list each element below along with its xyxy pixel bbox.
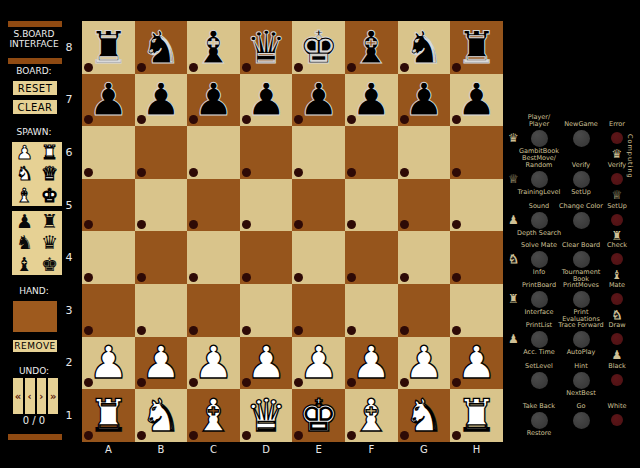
panel-label-draw: Draw xyxy=(609,314,626,329)
white-bishop-piece[interactable]: ♝ xyxy=(187,389,240,442)
hand-section-label: HAND: xyxy=(0,286,68,296)
rank-label-4: 4 xyxy=(60,231,78,284)
verify-led xyxy=(611,173,623,185)
square-d8[interactable]: ♛ xyxy=(240,21,293,74)
white-rook-piece[interactable]: ♜ xyxy=(82,389,135,442)
square-c4[interactable] xyxy=(187,231,240,284)
spawn-black-knight[interactable]: ♞ xyxy=(12,232,37,253)
panel-label-line: Black xyxy=(608,363,626,370)
black-rook-piece[interactable]: ♜ xyxy=(82,21,135,74)
spawn-black-king[interactable]: ♚ xyxy=(37,254,62,275)
square-d3[interactable] xyxy=(240,284,293,337)
board: ♜♞♝♛♚♝♞♜♟♟♟♟♟♟♟♟♟♟♟♟♟♟♟♟♜♞♝♛♚♝♞♜ xyxy=(82,21,503,442)
square-dot xyxy=(452,220,461,229)
rank-label-5: 5 xyxy=(60,179,78,232)
spawn-section-label: SPAWN: xyxy=(0,127,68,137)
mate-led xyxy=(611,293,623,305)
square-dot xyxy=(242,273,251,282)
newgame-button[interactable] xyxy=(573,130,590,147)
reset-button[interactable]: RESET xyxy=(13,81,57,95)
square-h3[interactable] xyxy=(450,284,503,337)
knight-icon: ♞ xyxy=(508,253,519,265)
square-dot xyxy=(189,168,198,177)
undo-forward-button[interactable]: › xyxy=(37,378,47,414)
panel-label-line: Check xyxy=(607,242,627,249)
square-dot xyxy=(137,220,146,229)
square-f4[interactable] xyxy=(345,231,398,284)
undo-button-row: «‹›» xyxy=(13,378,58,414)
app-title-line2: INTERFACE xyxy=(0,39,68,49)
panel-label-white: White xyxy=(608,395,627,410)
panel-label-error: Error xyxy=(609,113,625,128)
square-c6[interactable] xyxy=(187,126,240,179)
square-h2[interactable]: ♟ xyxy=(450,337,503,390)
spawn-white-pawn[interactable]: ♟ xyxy=(12,142,37,163)
square-dot xyxy=(347,326,356,335)
bestmove-random-button[interactable] xyxy=(531,171,548,188)
panel-label-line: Go xyxy=(576,403,585,410)
square-dot xyxy=(84,168,93,177)
panel-label-line: Verify xyxy=(608,162,626,169)
spawn-white-rook[interactable]: ♜ xyxy=(37,142,62,163)
square-dot xyxy=(84,326,93,335)
square-f2[interactable]: ♟ xyxy=(345,337,398,390)
undo-back-button[interactable]: ‹ xyxy=(25,378,35,414)
white-knight-piece[interactable]: ♞ xyxy=(398,389,451,442)
printmoves-button[interactable] xyxy=(573,291,590,308)
sound-button[interactable] xyxy=(531,212,548,229)
black-pawn-piece[interactable]: ♟ xyxy=(398,74,451,127)
square-g1[interactable]: ♞ xyxy=(398,389,451,442)
file-label-g: G xyxy=(398,443,451,455)
square-d2[interactable]: ♟ xyxy=(240,337,293,390)
square-f8[interactable]: ♝ xyxy=(345,21,398,74)
spawn-black-rook[interactable]: ♜ xyxy=(37,211,62,232)
black-pawn-piece[interactable]: ♟ xyxy=(82,74,135,127)
square-h7[interactable]: ♟ xyxy=(450,74,503,127)
square-c3[interactable] xyxy=(187,284,240,337)
square-c1[interactable]: ♝ xyxy=(187,389,240,442)
square-a4[interactable] xyxy=(82,231,135,284)
printboard-button[interactable] xyxy=(531,291,548,308)
square-h4[interactable] xyxy=(450,231,503,284)
panel-label-go: Go xyxy=(576,395,585,410)
white-pawn-piece[interactable]: ♟ xyxy=(292,337,345,390)
board-section-label: BOARD: xyxy=(0,66,68,76)
square-e4[interactable] xyxy=(292,231,345,284)
spawn-black-pawn[interactable]: ♟ xyxy=(12,211,37,232)
remove-button[interactable]: REMOVE xyxy=(13,340,57,352)
square-f7[interactable]: ♟ xyxy=(345,74,398,127)
file-label-a: A xyxy=(82,443,135,455)
square-dot xyxy=(189,273,198,282)
spawn-black-queen[interactable]: ♛ xyxy=(37,232,62,253)
square-d4[interactable] xyxy=(240,231,293,284)
file-label-b: B xyxy=(135,443,188,455)
square-e8[interactable]: ♚ xyxy=(292,21,345,74)
square-e3[interactable] xyxy=(292,284,345,337)
white-led xyxy=(611,414,623,426)
square-a5[interactable] xyxy=(82,179,135,232)
verify-button[interactable] xyxy=(573,171,590,188)
undo-counter: 0 / 0 xyxy=(0,416,68,426)
error-led xyxy=(611,132,623,144)
white-pawn-piece[interactable]: ♟ xyxy=(345,337,398,390)
queen-solid-icon: ♛ xyxy=(508,132,519,144)
setup-led xyxy=(611,214,623,226)
square-d5[interactable] xyxy=(240,179,293,232)
clear-board-button[interactable] xyxy=(573,251,590,268)
rank-label-1: 1 xyxy=(60,389,78,442)
square-a1[interactable]: ♜ xyxy=(82,389,135,442)
file-label-f: F xyxy=(345,443,398,455)
black-bishop-piece[interactable]: ♝ xyxy=(345,21,398,74)
undo-last-button[interactable]: » xyxy=(48,378,58,414)
square-c8[interactable]: ♝ xyxy=(187,21,240,74)
panel-label-setup: SetUp xyxy=(607,195,627,210)
square-dot xyxy=(137,168,146,177)
player-player-button[interactable] xyxy=(531,130,548,147)
black-king-piece[interactable]: ♚ xyxy=(292,21,345,74)
square-a8[interactable]: ♜ xyxy=(82,21,135,74)
square-f3[interactable] xyxy=(345,284,398,337)
square-g5[interactable] xyxy=(398,179,451,232)
pawn-icon: ♟ xyxy=(508,333,519,345)
rank-label-8: 8 xyxy=(60,21,78,74)
clear-button[interactable]: CLEAR xyxy=(13,100,57,114)
square-b7[interactable]: ♟ xyxy=(135,74,188,127)
square-c7[interactable]: ♟ xyxy=(187,74,240,127)
square-dot xyxy=(452,273,461,282)
black-led xyxy=(611,374,623,386)
square-d1[interactable]: ♛ xyxy=(240,389,293,442)
hand-slot[interactable] xyxy=(13,301,57,332)
black-pawn-piece[interactable]: ♟ xyxy=(135,74,188,127)
solve-mate-button[interactable] xyxy=(531,251,548,268)
spawn-white-knight[interactable]: ♞ xyxy=(12,163,37,184)
panel-label-line: SetUp xyxy=(607,203,627,210)
square-e2[interactable]: ♟ xyxy=(292,337,345,390)
black-knight-piece[interactable]: ♞ xyxy=(398,21,451,74)
setlevel-button[interactable] xyxy=(531,372,548,389)
square-h6[interactable] xyxy=(450,126,503,179)
square-g2[interactable]: ♟ xyxy=(398,337,451,390)
spawn-white-bishop[interactable]: ♝ xyxy=(12,185,37,206)
panel-label-line: Mate xyxy=(609,282,625,289)
square-g6[interactable] xyxy=(398,126,451,179)
queen-outline-icon: ♕ xyxy=(508,173,519,185)
rank-label-2: 2 xyxy=(60,337,78,390)
white-queen-piece[interactable]: ♛ xyxy=(240,389,293,442)
square-dot xyxy=(400,326,409,335)
square-dot xyxy=(84,273,93,282)
square-b6[interactable] xyxy=(135,126,188,179)
square-f5[interactable] xyxy=(345,179,398,232)
white-pawn-piece[interactable]: ♟ xyxy=(240,337,293,390)
check-led xyxy=(611,253,623,265)
square-c5[interactable] xyxy=(187,179,240,232)
file-label-c: C xyxy=(187,443,240,455)
square-dot xyxy=(400,273,409,282)
spawn-panel-white: ♟♜♞♛♝♚ xyxy=(12,142,62,206)
panel-cell-white-led: White xyxy=(588,395,640,445)
square-h1[interactable]: ♜ xyxy=(450,389,503,442)
square-dot xyxy=(242,326,251,335)
square-e5[interactable] xyxy=(292,179,345,232)
square-b1[interactable]: ♞ xyxy=(135,389,188,442)
square-a2[interactable]: ♟ xyxy=(82,337,135,390)
go-button[interactable] xyxy=(573,412,590,429)
panel-label-verify: Verify xyxy=(608,154,626,169)
square-dot xyxy=(347,273,356,282)
white-pawn-piece[interactable]: ♟ xyxy=(135,337,188,390)
undo-section-label: UNDO: xyxy=(0,366,68,376)
panel-label-line: White xyxy=(608,403,627,410)
app-title-line1: S.BOARD xyxy=(0,29,68,39)
black-pawn-piece[interactable]: ♟ xyxy=(187,74,240,127)
square-h5[interactable] xyxy=(450,179,503,232)
square-b2[interactable]: ♟ xyxy=(135,337,188,390)
panel-label-line: Hint xyxy=(574,363,587,370)
panel-label-mate: Mate xyxy=(609,274,625,289)
square-b8[interactable]: ♞ xyxy=(135,21,188,74)
panel-label-black: Black xyxy=(608,355,626,370)
square-dot xyxy=(347,220,356,229)
white-bishop-piece[interactable]: ♝ xyxy=(345,389,398,442)
square-dot xyxy=(294,273,303,282)
white-pawn-piece[interactable]: ♟ xyxy=(82,337,135,390)
undo-first-button[interactable]: « xyxy=(13,378,23,414)
file-label-h: H xyxy=(450,443,503,455)
square-h8[interactable]: ♜ xyxy=(450,21,503,74)
square-g7[interactable]: ♟ xyxy=(398,74,451,127)
square-dot xyxy=(294,168,303,177)
sidebar-bottom-bar xyxy=(8,434,62,440)
white-knight-piece[interactable]: ♞ xyxy=(135,389,188,442)
square-f6[interactable] xyxy=(345,126,398,179)
square-dot xyxy=(242,220,251,229)
square-e6[interactable] xyxy=(292,126,345,179)
sidebar-divider-bar xyxy=(8,58,62,64)
black-pawn-piece[interactable]: ♟ xyxy=(292,74,345,127)
square-dot xyxy=(347,168,356,177)
square-e1[interactable]: ♚ xyxy=(292,389,345,442)
square-dot xyxy=(189,220,198,229)
black-pawn-piece[interactable]: ♟ xyxy=(240,74,293,127)
rank-label-6: 6 xyxy=(60,126,78,179)
black-pawn-piece[interactable]: ♟ xyxy=(345,74,398,127)
rank-label-7: 7 xyxy=(60,74,78,127)
square-e7[interactable]: ♟ xyxy=(292,74,345,127)
square-b4[interactable] xyxy=(135,231,188,284)
change-color-button[interactable] xyxy=(573,212,590,229)
pawn-icon: ♟ xyxy=(508,214,519,226)
square-b3[interactable] xyxy=(135,284,188,337)
white-king-piece[interactable]: ♚ xyxy=(292,389,345,442)
square-dot xyxy=(84,220,93,229)
white-pawn-piece[interactable]: ♟ xyxy=(398,337,451,390)
rook-icon: ♜ xyxy=(508,293,519,305)
computing-label: Computing xyxy=(626,134,634,188)
spawn-panel-black: ♟♜♞♛♝♚ xyxy=(12,211,62,275)
panel-label-check: Check xyxy=(607,234,627,249)
square-dot xyxy=(400,220,409,229)
square-dot xyxy=(137,273,146,282)
trace-forward-button[interactable] xyxy=(573,331,590,348)
square-g4[interactable] xyxy=(398,231,451,284)
square-d6[interactable] xyxy=(240,126,293,179)
white-rook-piece[interactable]: ♜ xyxy=(450,389,503,442)
spawn-white-queen[interactable]: ♛ xyxy=(37,163,62,184)
spawn-black-bishop[interactable]: ♝ xyxy=(12,254,37,275)
square-a6[interactable] xyxy=(82,126,135,179)
square-dot xyxy=(137,326,146,335)
panel-label-line: Draw xyxy=(609,322,626,329)
sidebar-top-bar xyxy=(8,21,62,27)
black-knight-piece[interactable]: ♞ xyxy=(135,21,188,74)
rank-label-3: 3 xyxy=(60,284,78,337)
square-g3[interactable] xyxy=(398,284,451,337)
white-pawn-piece[interactable]: ♟ xyxy=(450,337,503,390)
square-a3[interactable] xyxy=(82,284,135,337)
square-dot xyxy=(189,326,198,335)
draw-led xyxy=(611,333,623,345)
square-a7[interactable]: ♟ xyxy=(82,74,135,127)
square-f1[interactable]: ♝ xyxy=(345,389,398,442)
square-g8[interactable]: ♞ xyxy=(398,21,451,74)
square-dot xyxy=(242,168,251,177)
black-rook-piece[interactable]: ♜ xyxy=(450,21,503,74)
square-dot xyxy=(452,168,461,177)
white-pawn-piece[interactable]: ♟ xyxy=(187,337,240,390)
black-queen-piece[interactable]: ♛ xyxy=(240,21,293,74)
square-dot xyxy=(294,326,303,335)
printlist-button[interactable] xyxy=(531,331,548,348)
spawn-white-king[interactable]: ♚ xyxy=(37,185,62,206)
square-dot xyxy=(452,326,461,335)
square-d7[interactable]: ♟ xyxy=(240,74,293,127)
take-back-button[interactable] xyxy=(531,412,548,429)
file-label-d: D xyxy=(240,443,293,455)
file-label-e: E xyxy=(292,443,345,455)
square-dot xyxy=(294,220,303,229)
square-c2[interactable]: ♟ xyxy=(187,337,240,390)
square-b5[interactable] xyxy=(135,179,188,232)
panel-label-line: Error xyxy=(609,121,625,128)
black-pawn-piece[interactable]: ♟ xyxy=(450,74,503,127)
hint-button[interactable] xyxy=(573,372,590,389)
black-bishop-piece[interactable]: ♝ xyxy=(187,21,240,74)
square-dot xyxy=(400,168,409,177)
panel-label-hint: Hint xyxy=(574,355,587,370)
